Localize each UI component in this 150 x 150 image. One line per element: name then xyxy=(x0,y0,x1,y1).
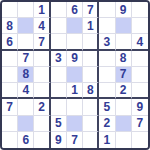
sudoku-cell-r4c6[interactable] xyxy=(83,51,99,67)
sudoku-cell-r1c5[interactable]: 6 xyxy=(67,2,83,18)
sudoku-cell-r4c3[interactable] xyxy=(34,51,50,67)
sudoku-cell-r7c3[interactable]: 2 xyxy=(34,99,50,115)
sudoku-cell-r9c8[interactable] xyxy=(116,132,132,148)
sudoku-cell-r2c8[interactable] xyxy=(116,18,132,34)
sudoku-cell-r1c7[interactable] xyxy=(99,2,115,18)
sudoku-cell-r9c6[interactable] xyxy=(83,132,99,148)
sudoku-cell-r6c2[interactable]: 4 xyxy=(18,83,34,99)
sudoku-cell-r2c4[interactable] xyxy=(51,18,67,34)
sudoku-cell-r8c3[interactable] xyxy=(34,116,50,132)
sudoku-cell-r6c4[interactable] xyxy=(51,83,67,99)
sudoku-cell-r8c2[interactable] xyxy=(18,116,34,132)
sudoku-cell-r8c6[interactable] xyxy=(83,116,99,132)
sudoku-cell-r6c7[interactable] xyxy=(99,83,115,99)
sudoku-cell-r3c7[interactable]: 3 xyxy=(99,34,115,50)
sudoku-cell-r3c3[interactable]: 7 xyxy=(34,34,50,50)
sudoku-cell-r8c7[interactable]: 2 xyxy=(99,116,115,132)
sudoku-cell-r1c2[interactable] xyxy=(18,2,34,18)
sudoku-cell-r3c5[interactable] xyxy=(67,34,83,50)
sudoku-cell-r2c3[interactable]: 4 xyxy=(34,18,50,34)
sudoku-cell-r9c3[interactable] xyxy=(34,132,50,148)
sudoku-cell-r7c6[interactable] xyxy=(83,99,99,115)
sudoku-cell-r8c1[interactable] xyxy=(2,116,18,132)
sudoku-cell-r5c6[interactable] xyxy=(83,67,99,83)
sudoku-cell-r6c8[interactable]: 2 xyxy=(116,83,132,99)
sudoku-cell-r4c9[interactable] xyxy=(132,51,148,67)
sudoku-cell-r1c3[interactable]: 1 xyxy=(34,2,50,18)
sudoku-cell-r6c6[interactable]: 8 xyxy=(83,83,99,99)
sudoku-cell-r1c9[interactable] xyxy=(132,2,148,18)
sudoku-cell-r9c5[interactable]: 7 xyxy=(67,132,83,148)
sudoku-board: 16798416734739887418272595276971 xyxy=(0,0,150,150)
sudoku-cell-r7c5[interactable] xyxy=(67,99,83,115)
sudoku-cell-r8c8[interactable] xyxy=(116,116,132,132)
sudoku-cell-r9c4[interactable]: 9 xyxy=(51,132,67,148)
sudoku-cell-r2c9[interactable] xyxy=(132,18,148,34)
sudoku-cell-r5c9[interactable] xyxy=(132,67,148,83)
sudoku-cell-r9c1[interactable] xyxy=(2,132,18,148)
sudoku-cell-r1c4[interactable] xyxy=(51,2,67,18)
sudoku-cell-r5c2[interactable]: 8 xyxy=(18,67,34,83)
sudoku-cell-r2c5[interactable] xyxy=(67,18,83,34)
sudoku-cell-r2c2[interactable] xyxy=(18,18,34,34)
sudoku-cell-r2c1[interactable]: 8 xyxy=(2,18,18,34)
sudoku-cell-r2c6[interactable]: 1 xyxy=(83,18,99,34)
sudoku-cell-r5c4[interactable] xyxy=(51,67,67,83)
sudoku-cell-r1c6[interactable]: 7 xyxy=(83,2,99,18)
sudoku-cell-r8c5[interactable] xyxy=(67,116,83,132)
sudoku-cell-r4c8[interactable]: 8 xyxy=(116,51,132,67)
sudoku-cell-r9c9[interactable] xyxy=(132,132,148,148)
sudoku-cell-r1c8[interactable]: 9 xyxy=(116,2,132,18)
sudoku-cell-r4c2[interactable]: 7 xyxy=(18,51,34,67)
sudoku-cell-r8c4[interactable]: 5 xyxy=(51,116,67,132)
sudoku-cell-r5c3[interactable] xyxy=(34,67,50,83)
sudoku-cell-r6c5[interactable]: 1 xyxy=(67,83,83,99)
sudoku-cell-r4c1[interactable] xyxy=(2,51,18,67)
sudoku-cell-r1c1[interactable] xyxy=(2,2,18,18)
sudoku-cell-r3c9[interactable]: 4 xyxy=(132,34,148,50)
sudoku-cell-r3c2[interactable] xyxy=(18,34,34,50)
sudoku-cell-r7c9[interactable]: 9 xyxy=(132,99,148,115)
sudoku-cell-r9c7[interactable]: 1 xyxy=(99,132,115,148)
sudoku-cell-r8c9[interactable]: 7 xyxy=(132,116,148,132)
sudoku-cell-r4c7[interactable] xyxy=(99,51,115,67)
sudoku-cell-r6c1[interactable] xyxy=(2,83,18,99)
sudoku-cell-r5c8[interactable]: 7 xyxy=(116,67,132,83)
sudoku-cell-r7c7[interactable]: 5 xyxy=(99,99,115,115)
sudoku-cell-r2c7[interactable] xyxy=(99,18,115,34)
sudoku-cell-r5c1[interactable] xyxy=(2,67,18,83)
sudoku-cell-r7c4[interactable] xyxy=(51,99,67,115)
sudoku-cell-r4c4[interactable]: 3 xyxy=(51,51,67,67)
sudoku-cell-r3c4[interactable] xyxy=(51,34,67,50)
sudoku-cell-r5c7[interactable] xyxy=(99,67,115,83)
sudoku-cell-r4c5[interactable]: 9 xyxy=(67,51,83,67)
sudoku-cell-r9c2[interactable]: 6 xyxy=(18,132,34,148)
sudoku-cell-r3c6[interactable] xyxy=(83,34,99,50)
sudoku-cell-r7c8[interactable] xyxy=(116,99,132,115)
sudoku-cell-r3c8[interactable] xyxy=(116,34,132,50)
sudoku-cell-r5c5[interactable] xyxy=(67,67,83,83)
sudoku-cell-r6c9[interactable] xyxy=(132,83,148,99)
sudoku-cell-r6c3[interactable] xyxy=(34,83,50,99)
sudoku-cell-r3c1[interactable]: 6 xyxy=(2,34,18,50)
sudoku-cell-r7c1[interactable]: 7 xyxy=(2,99,18,115)
sudoku-cell-r7c2[interactable] xyxy=(18,99,34,115)
